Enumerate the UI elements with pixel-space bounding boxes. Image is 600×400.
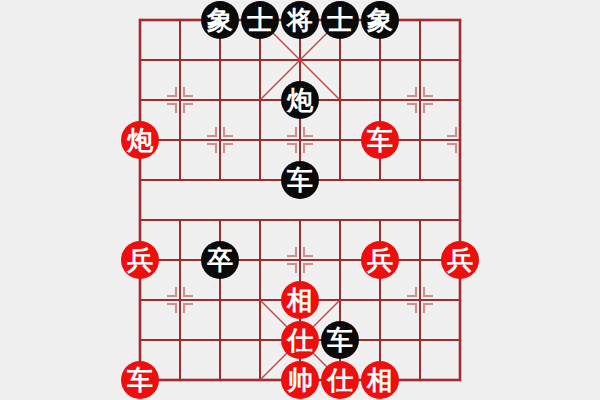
piece-black-elephant[interactable]: 象: [361, 1, 399, 39]
piece-black-soldier[interactable]: 卒: [201, 241, 239, 279]
piece-red-soldier[interactable]: 兵: [121, 241, 159, 279]
piece-black-advisor[interactable]: 士: [241, 1, 279, 39]
piece-red-cannon[interactable]: 炮: [121, 121, 159, 159]
piece-red-elephant[interactable]: 相: [281, 281, 319, 319]
piece-red-chariot[interactable]: 车: [361, 121, 399, 159]
xiangqi-screenshot: 象士将士象炮炮车车兵卒兵兵相仕车车帅仕相: [0, 0, 600, 400]
piece-black-cannon[interactable]: 炮: [281, 81, 319, 119]
piece-red-chariot[interactable]: 车: [121, 361, 159, 399]
xiangqi-board[interactable]: 象士将士象炮炮车车兵卒兵兵相仕车车帅仕相: [120, 0, 480, 400]
piece-black-general[interactable]: 将: [281, 1, 319, 39]
piece-red-advisor[interactable]: 仕: [281, 321, 319, 359]
piece-black-chariot[interactable]: 车: [321, 321, 359, 359]
piece-red-soldier[interactable]: 兵: [361, 241, 399, 279]
piece-black-elephant[interactable]: 象: [201, 1, 239, 39]
piece-red-advisor[interactable]: 仕: [321, 361, 359, 399]
piece-red-general[interactable]: 帅: [281, 361, 319, 399]
piece-black-advisor[interactable]: 士: [321, 1, 359, 39]
piece-red-elephant[interactable]: 相: [361, 361, 399, 399]
piece-red-soldier[interactable]: 兵: [441, 241, 479, 279]
piece-black-chariot[interactable]: 车: [281, 161, 319, 199]
